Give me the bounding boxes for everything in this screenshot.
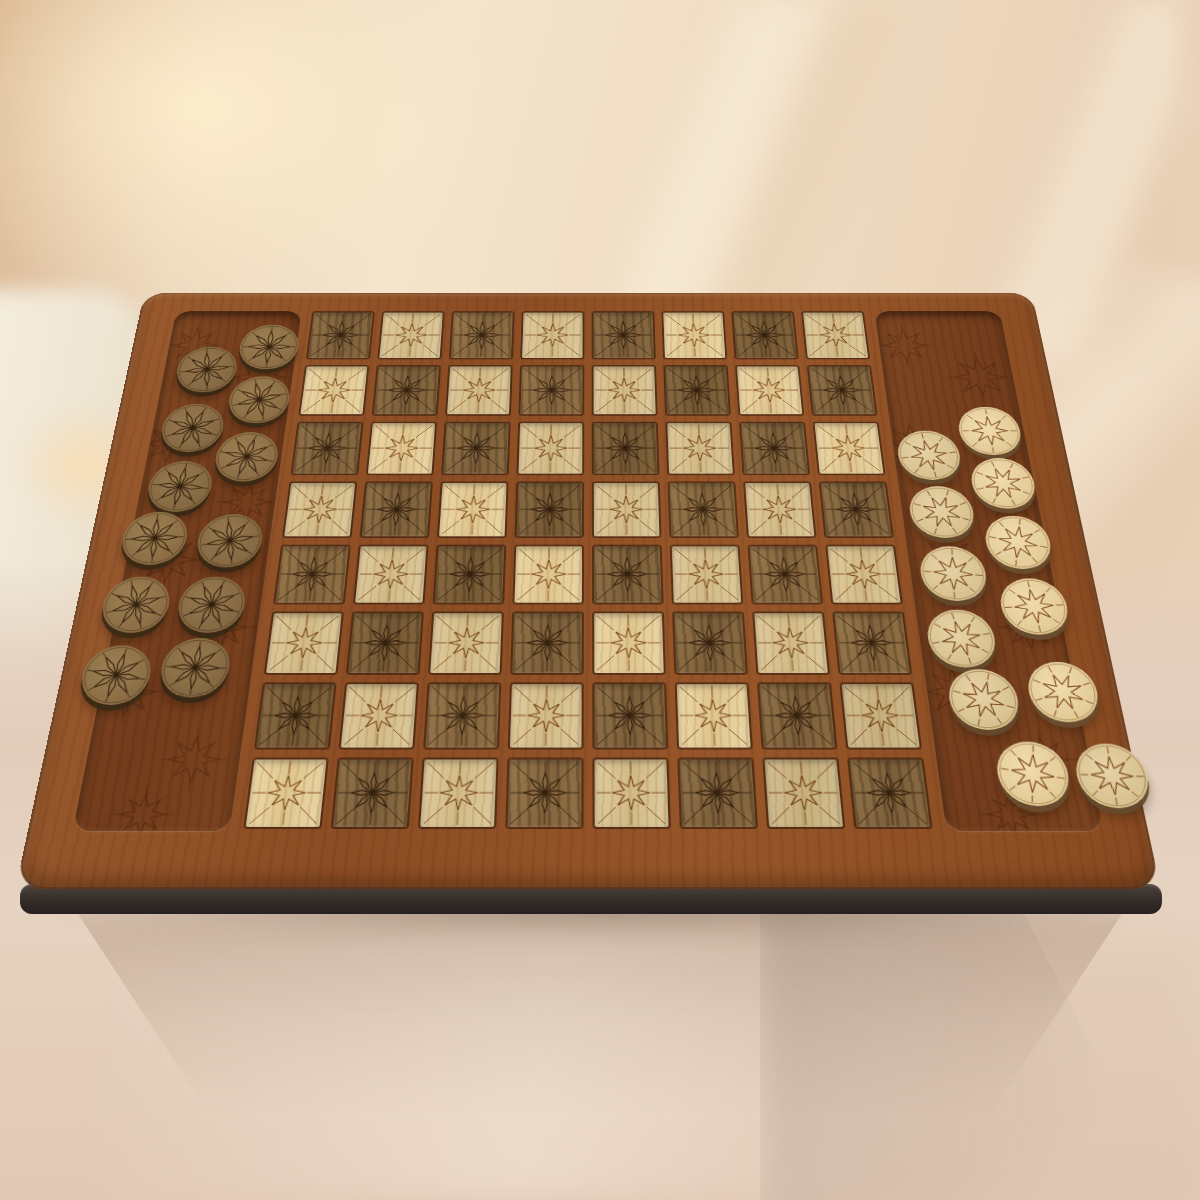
checkers-board (15, 293, 1161, 890)
square-d8[interactable] (522, 313, 583, 358)
square-g7[interactable] (737, 366, 802, 414)
rosette-engraving-icon (594, 684, 666, 747)
square-b6[interactable] (368, 423, 435, 473)
square-e4[interactable] (594, 546, 662, 602)
light-piece[interactable] (968, 458, 1039, 508)
dark-piece[interactable] (194, 514, 266, 567)
rosette-engraving-icon (451, 313, 513, 358)
star-engraving-icon (993, 742, 1074, 806)
square-c8[interactable] (451, 313, 513, 358)
rosette-engraving-icon (333, 759, 412, 826)
star-engraving-icon (667, 423, 733, 473)
rosette-engraving-icon (834, 613, 910, 673)
square-d5[interactable] (517, 483, 583, 536)
rosette-engraving-icon (665, 366, 729, 414)
square-e5[interactable] (594, 483, 660, 536)
square-a3[interactable] (266, 613, 342, 673)
square-b4[interactable] (355, 546, 426, 602)
rosette-engraving-icon (435, 546, 504, 602)
square-d4[interactable] (514, 546, 582, 602)
square-e3[interactable] (594, 613, 664, 673)
rosette-engraving-icon (517, 483, 583, 536)
square-g6[interactable] (741, 423, 808, 473)
rosette-engraving-icon (821, 483, 892, 536)
star-engraving-icon (815, 423, 884, 473)
light-piece[interactable] (1024, 662, 1104, 722)
square-g1[interactable] (764, 759, 843, 826)
dark-piece[interactable] (173, 347, 240, 392)
square-f5[interactable] (669, 483, 736, 536)
rosette-engraving-icon (593, 313, 654, 358)
rosette-engraving-icon (174, 577, 248, 633)
light-piece[interactable] (993, 742, 1074, 806)
rosette-engraving-icon (741, 423, 808, 473)
light-piece[interactable] (924, 610, 999, 668)
star-engraving-icon (827, 546, 900, 602)
rosette-engraving-icon (256, 684, 334, 747)
square-h1[interactable] (849, 759, 930, 826)
star-engraving-icon (430, 613, 502, 673)
star-engraving-icon (341, 684, 417, 747)
star-engraving-icon (945, 669, 1023, 730)
dark-piece[interactable] (174, 577, 248, 633)
star-engraving-icon (842, 684, 920, 747)
rosette-engraving-icon (76, 645, 155, 704)
star-engraving-icon (368, 423, 435, 473)
rosette-engraving-icon (362, 483, 431, 536)
star-engraving-icon (968, 458, 1039, 508)
square-f1[interactable] (680, 759, 756, 826)
light-piece[interactable] (955, 407, 1024, 455)
star-engraving-icon (447, 366, 511, 414)
rosette-engraving-icon (680, 759, 756, 826)
square-b7[interactable] (374, 366, 439, 414)
rosette-engraving-icon (520, 366, 582, 414)
square-h6[interactable] (815, 423, 884, 473)
dark-piece[interactable] (118, 512, 192, 565)
rosette-engraving-icon (849, 759, 930, 826)
star-engraving-icon (266, 613, 342, 673)
rosette-engraving-icon (669, 483, 736, 536)
rosette-engraving-icon (308, 313, 373, 358)
rosette-engraving-icon (594, 546, 662, 602)
square-e8[interactable] (593, 313, 654, 358)
light-piece[interactable] (917, 546, 990, 601)
light-piece[interactable] (895, 431, 964, 480)
square-b2[interactable] (341, 684, 417, 747)
rosette-engraving-icon (236, 325, 301, 370)
rosette-engraving-icon (98, 577, 174, 633)
rosette-engraving-icon (425, 684, 499, 747)
square-a1[interactable] (246, 759, 327, 826)
rosette-engraving-icon (750, 546, 821, 602)
square-g3[interactable] (754, 613, 828, 673)
square-e7[interactable] (594, 366, 656, 414)
star-engraving-icon (672, 546, 741, 602)
dark-piece[interactable] (226, 376, 293, 423)
square-f7[interactable] (665, 366, 729, 414)
square-d3[interactable] (512, 613, 582, 673)
light-piece[interactable] (1071, 744, 1155, 809)
star-engraving-icon (1024, 662, 1104, 722)
square-d7[interactable] (520, 366, 582, 414)
rosette-engraving-icon (594, 423, 658, 473)
square-e1[interactable] (595, 759, 669, 826)
square-c1[interactable] (420, 759, 496, 826)
rosette-engraving-icon (348, 613, 422, 673)
square-f8[interactable] (663, 313, 725, 358)
square-c3[interactable] (430, 613, 502, 673)
star-engraving-icon (355, 546, 426, 602)
square-c7[interactable] (447, 366, 511, 414)
rosette-engraving-icon (759, 684, 835, 747)
star-engraving-icon (677, 684, 751, 747)
square-b8[interactable] (379, 313, 443, 358)
dark-piece[interactable] (157, 638, 234, 697)
square-a8[interactable] (308, 313, 373, 358)
star-engraving-icon (300, 366, 367, 414)
square-h2[interactable] (842, 684, 920, 747)
star-engraving-icon (594, 366, 656, 414)
square-g4[interactable] (750, 546, 821, 602)
star-engraving-icon (522, 313, 583, 358)
star-engraving-icon (907, 486, 978, 538)
star-engraving-icon (663, 313, 725, 358)
star-engraving-icon (594, 613, 664, 673)
square-h3[interactable] (834, 613, 910, 673)
rosette-engraving-icon (275, 546, 348, 602)
star-engraving-icon (924, 610, 999, 668)
square-a6[interactable] (293, 423, 362, 473)
star-engraving-icon (439, 483, 506, 536)
star-engraving-icon (1071, 744, 1155, 809)
star-engraving-icon (246, 759, 327, 826)
square-c4[interactable] (435, 546, 504, 602)
square-d6[interactable] (518, 423, 582, 473)
rosette-engraving-icon (212, 432, 281, 481)
square-f4[interactable] (672, 546, 741, 602)
star-engraving-icon (510, 684, 582, 747)
star-engraving-icon (895, 431, 964, 480)
square-f3[interactable] (674, 613, 746, 673)
square-h4[interactable] (827, 546, 900, 602)
square-g2[interactable] (759, 684, 835, 747)
dark-piece[interactable] (236, 325, 301, 370)
rosette-engraving-icon (443, 423, 509, 473)
board-grid (246, 313, 931, 827)
square-a7[interactable] (300, 366, 367, 414)
star-engraving-icon (803, 313, 868, 358)
square-g5[interactable] (745, 483, 814, 536)
star-engraving-icon (518, 423, 582, 473)
light-piece[interactable] (907, 486, 978, 538)
rosette-engraving-icon (733, 313, 797, 358)
star-engraving-icon (594, 483, 660, 536)
rosette-engraving-icon (293, 423, 362, 473)
rosette-engraving-icon (512, 613, 582, 673)
square-b1[interactable] (333, 759, 412, 826)
star-engraving-icon (955, 407, 1024, 455)
square-a2[interactable] (256, 684, 334, 747)
square-a4[interactable] (275, 546, 348, 602)
star-engraving-icon (745, 483, 814, 536)
star-engraving-icon (982, 516, 1056, 569)
light-piece[interactable] (982, 516, 1056, 569)
dark-piece[interactable] (144, 461, 215, 512)
square-h5[interactable] (821, 483, 892, 536)
square-d2[interactable] (510, 684, 582, 747)
rosette-engraving-icon (226, 376, 293, 423)
star-engraving-icon (379, 313, 443, 358)
square-b3[interactable] (348, 613, 422, 673)
square-c6[interactable] (443, 423, 509, 473)
rosette-engraving-icon (674, 613, 746, 673)
star-engraving-icon (996, 578, 1072, 634)
star-engraving-icon (737, 366, 802, 414)
rosette-engraving-icon (144, 461, 215, 512)
star-engraving-icon (917, 546, 990, 601)
dark-piece[interactable] (158, 404, 227, 452)
star-engraving-icon (420, 759, 496, 826)
square-c5[interactable] (439, 483, 506, 536)
square-f6[interactable] (667, 423, 733, 473)
star-engraving-icon (284, 483, 355, 536)
dark-piece[interactable] (76, 645, 155, 704)
square-d1[interactable] (507, 759, 581, 826)
rosette-engraving-icon (158, 404, 227, 452)
square-b5[interactable] (362, 483, 431, 536)
square-a5[interactable] (284, 483, 355, 536)
square-h7[interactable] (809, 366, 876, 414)
star-engraving-icon (514, 546, 582, 602)
star-engraving-icon (754, 613, 828, 673)
square-g8[interactable] (733, 313, 797, 358)
rosette-engraving-icon (173, 347, 240, 392)
dark-piece[interactable] (212, 432, 281, 481)
star-engraving-icon (595, 759, 669, 826)
square-e6[interactable] (594, 423, 658, 473)
light-piece[interactable] (996, 578, 1072, 634)
rosette-engraving-icon (157, 638, 234, 697)
rosette-engraving-icon (809, 366, 876, 414)
star-engraving-icon (764, 759, 843, 826)
dark-piece[interactable] (98, 577, 174, 633)
rosette-engraving-icon (118, 512, 192, 565)
square-e2[interactable] (594, 684, 666, 747)
rosette-engraving-icon (194, 514, 266, 567)
rosette-engraving-icon (374, 366, 439, 414)
square-c2[interactable] (425, 684, 499, 747)
light-piece[interactable] (945, 669, 1023, 730)
square-h8[interactable] (803, 313, 868, 358)
rosette-engraving-icon (507, 759, 581, 826)
square-f2[interactable] (677, 684, 751, 747)
